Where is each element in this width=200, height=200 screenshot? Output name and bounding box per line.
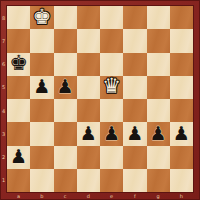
square-e7[interactable]	[100, 29, 123, 52]
square-h2[interactable]	[170, 146, 193, 169]
square-g4[interactable]	[147, 99, 170, 122]
square-a3[interactable]	[7, 122, 30, 145]
square-b4[interactable]	[30, 99, 53, 122]
square-g8[interactable]	[147, 6, 170, 29]
square-c3[interactable]	[54, 122, 77, 145]
black-pawn[interactable]: ♟	[33, 77, 50, 96]
square-c7[interactable]	[54, 29, 77, 52]
square-f5[interactable]	[123, 76, 146, 99]
square-h7[interactable]	[170, 29, 193, 52]
rank-label-1: 1	[0, 169, 7, 192]
black-pawn[interactable]: ♟	[10, 147, 27, 166]
square-b3[interactable]	[30, 122, 53, 145]
square-a5[interactable]	[7, 76, 30, 99]
square-h3[interactable]: ♟	[170, 122, 193, 145]
file-labels: abcdefgh	[7, 192, 193, 200]
square-h6[interactable]	[170, 53, 193, 76]
rank-label-8: 8	[0, 6, 7, 29]
square-c2[interactable]	[54, 146, 77, 169]
square-h1[interactable]	[170, 169, 193, 192]
square-e3[interactable]: ♟	[100, 122, 123, 145]
square-a1[interactable]	[7, 169, 30, 192]
square-e2[interactable]	[100, 146, 123, 169]
square-b8[interactable]: ♚	[30, 6, 53, 29]
square-a8[interactable]	[7, 6, 30, 29]
square-g1[interactable]	[147, 169, 170, 192]
chessboard-frame: 87654321 abcdefgh ♚♚♟♟♛♟♟♟♟♟♟	[0, 0, 200, 200]
rank-label-6: 6	[0, 53, 7, 76]
square-a4[interactable]	[7, 99, 30, 122]
square-a2[interactable]: ♟	[7, 146, 30, 169]
square-d8[interactable]	[77, 6, 100, 29]
square-c6[interactable]	[54, 53, 77, 76]
black-pawn[interactable]: ♟	[103, 124, 120, 143]
square-b7[interactable]	[30, 29, 53, 52]
square-b1[interactable]	[30, 169, 53, 192]
black-pawn[interactable]: ♟	[80, 124, 97, 143]
square-d1[interactable]	[77, 169, 100, 192]
black-pawn[interactable]: ♟	[150, 124, 167, 143]
square-e6[interactable]	[100, 53, 123, 76]
square-d6[interactable]	[77, 53, 100, 76]
square-f7[interactable]	[123, 29, 146, 52]
file-label-h: h	[170, 192, 193, 200]
square-d5[interactable]	[77, 76, 100, 99]
square-d4[interactable]	[77, 99, 100, 122]
square-e1[interactable]	[100, 169, 123, 192]
square-f8[interactable]	[123, 6, 146, 29]
square-d3[interactable]: ♟	[77, 122, 100, 145]
black-pawn[interactable]: ♟	[57, 77, 74, 96]
square-g3[interactable]: ♟	[147, 122, 170, 145]
file-label-c: c	[54, 192, 77, 200]
white-queen[interactable]: ♛	[102, 76, 121, 97]
file-label-b: b	[30, 192, 53, 200]
square-a7[interactable]	[7, 29, 30, 52]
file-label-a: a	[7, 192, 30, 200]
square-g2[interactable]	[147, 146, 170, 169]
square-h4[interactable]	[170, 99, 193, 122]
file-label-e: e	[100, 192, 123, 200]
rank-label-5: 5	[0, 76, 7, 99]
rank-label-7: 7	[0, 29, 7, 52]
square-f3[interactable]: ♟	[123, 122, 146, 145]
black-pawn[interactable]: ♟	[173, 124, 190, 143]
white-king[interactable]: ♚	[32, 7, 51, 28]
file-label-f: f	[123, 192, 146, 200]
file-label-g: g	[147, 192, 170, 200]
square-f6[interactable]	[123, 53, 146, 76]
square-f2[interactable]	[123, 146, 146, 169]
square-h5[interactable]	[170, 76, 193, 99]
square-c8[interactable]	[54, 6, 77, 29]
square-g7[interactable]	[147, 29, 170, 52]
square-b6[interactable]	[30, 53, 53, 76]
square-d7[interactable]	[77, 29, 100, 52]
rank-label-2: 2	[0, 146, 7, 169]
square-e4[interactable]	[100, 99, 123, 122]
black-pawn[interactable]: ♟	[126, 124, 143, 143]
square-e8[interactable]	[100, 6, 123, 29]
square-g5[interactable]	[147, 76, 170, 99]
square-f4[interactable]	[123, 99, 146, 122]
square-d2[interactable]	[77, 146, 100, 169]
square-c5[interactable]: ♟	[54, 76, 77, 99]
rank-label-3: 3	[0, 122, 7, 145]
file-label-d: d	[77, 192, 100, 200]
square-e5[interactable]: ♛	[100, 76, 123, 99]
square-g6[interactable]	[147, 53, 170, 76]
square-c4[interactable]	[54, 99, 77, 122]
square-b2[interactable]	[30, 146, 53, 169]
square-b5[interactable]: ♟	[30, 76, 53, 99]
square-h8[interactable]	[170, 6, 193, 29]
square-a6[interactable]: ♚	[7, 53, 30, 76]
square-f1[interactable]	[123, 169, 146, 192]
chessboard: ♚♚♟♟♛♟♟♟♟♟♟	[7, 6, 193, 192]
rank-labels: 87654321	[0, 6, 7, 192]
rank-label-4: 4	[0, 99, 7, 122]
black-king[interactable]: ♚	[9, 53, 28, 74]
square-c1[interactable]	[54, 169, 77, 192]
